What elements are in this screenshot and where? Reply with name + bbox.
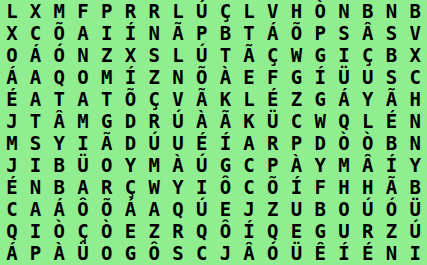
- grid-cell[interactable]: Q: [166, 199, 190, 221]
- grid-cell[interactable]: Ó: [47, 44, 71, 66]
- grid-cell[interactable]: S: [332, 22, 356, 44]
- grid-cell[interactable]: Ã: [380, 177, 404, 199]
- grid-cell[interactable]: M: [95, 66, 119, 88]
- grid-cell[interactable]: Q: [332, 110, 356, 132]
- grid-cell[interactable]: A: [142, 199, 166, 221]
- grid-cell[interactable]: Õ: [95, 199, 119, 221]
- grid-cell[interactable]: W: [308, 110, 332, 132]
- grid-cell[interactable]: N: [71, 44, 95, 66]
- grid-cell[interactable]: P: [190, 22, 214, 44]
- grid-cell[interactable]: J: [0, 155, 24, 177]
- grid-cell[interactable]: Á: [119, 199, 143, 221]
- grid-cell[interactable]: B: [47, 155, 71, 177]
- grid-cell[interactable]: G: [308, 221, 332, 243]
- grid-cell[interactable]: É: [190, 133, 214, 155]
- grid-cell[interactable]: Â: [47, 110, 71, 132]
- grid-cell[interactable]: Ú: [190, 0, 214, 22]
- grid-cell[interactable]: E: [119, 221, 143, 243]
- grid-cell[interactable]: Ç: [71, 221, 95, 243]
- grid-cell[interactable]: P: [261, 155, 285, 177]
- grid-cell[interactable]: Z: [261, 199, 285, 221]
- grid-cell[interactable]: Í: [332, 243, 356, 265]
- grid-cell[interactable]: D: [119, 133, 143, 155]
- grid-cell[interactable]: S: [142, 44, 166, 66]
- grid-cell[interactable]: M: [47, 0, 71, 22]
- grid-cell[interactable]: H: [356, 177, 380, 199]
- grid-cell[interactable]: N: [332, 0, 356, 22]
- grid-cell[interactable]: Á: [332, 88, 356, 110]
- grid-cell[interactable]: R: [142, 0, 166, 22]
- grid-cell[interactable]: C: [24, 22, 48, 44]
- grid-cell[interactable]: Á: [261, 22, 285, 44]
- grid-cell[interactable]: Y: [166, 177, 190, 199]
- grid-cell[interactable]: S: [24, 133, 48, 155]
- grid-cell[interactable]: Ò: [332, 133, 356, 155]
- grid-cell[interactable]: Ã: [166, 22, 190, 44]
- grid-cell[interactable]: Í: [308, 66, 332, 88]
- grid-cell[interactable]: N: [403, 110, 427, 132]
- grid-cell[interactable]: Ç: [261, 44, 285, 66]
- grid-cell[interactable]: B: [380, 133, 404, 155]
- grid-cell[interactable]: Í: [285, 177, 309, 199]
- grid-cell[interactable]: T: [237, 22, 261, 44]
- grid-cell[interactable]: Ç: [142, 88, 166, 110]
- grid-cell[interactable]: T: [24, 110, 48, 132]
- grid-cell[interactable]: Í: [213, 133, 237, 155]
- grid-cell[interactable]: V: [166, 88, 190, 110]
- grid-cell[interactable]: A: [237, 133, 261, 155]
- grid-cell[interactable]: Ê: [308, 243, 332, 265]
- grid-cell[interactable]: N: [380, 0, 404, 22]
- grid-cell[interactable]: G: [308, 88, 332, 110]
- grid-cell[interactable]: U: [332, 221, 356, 243]
- grid-cell[interactable]: B: [213, 22, 237, 44]
- grid-cell[interactable]: B: [403, 0, 427, 22]
- grid-cell[interactable]: L: [0, 0, 24, 22]
- grid-cell[interactable]: G: [95, 110, 119, 132]
- grid-cell[interactable]: É: [356, 243, 380, 265]
- grid-cell[interactable]: G: [285, 66, 309, 88]
- grid-cell[interactable]: Ü: [285, 243, 309, 265]
- grid-cell[interactable]: A: [71, 177, 95, 199]
- grid-cell[interactable]: Z: [142, 66, 166, 88]
- grid-cell[interactable]: Z: [142, 221, 166, 243]
- grid-cell[interactable]: P: [95, 0, 119, 22]
- word-search-grid: LXMFPRRLÚÇLVHÒNBNBXCÕAIÍNÃPBTÁÕPSÂSVOÁÓN…: [0, 0, 427, 265]
- grid-cell[interactable]: I: [24, 155, 48, 177]
- grid-cell[interactable]: Í: [119, 66, 143, 88]
- grid-cell[interactable]: Z: [380, 221, 404, 243]
- grid-cell[interactable]: Ô: [213, 221, 237, 243]
- grid-cell[interactable]: E: [285, 221, 309, 243]
- grid-cell[interactable]: Ç: [356, 44, 380, 66]
- grid-cell[interactable]: É: [380, 110, 404, 132]
- grid-cell[interactable]: Õ: [285, 22, 309, 44]
- grid-cell[interactable]: N: [403, 133, 427, 155]
- grid-cell[interactable]: S: [380, 66, 404, 88]
- grid-cell[interactable]: Õ: [119, 88, 143, 110]
- grid-cell[interactable]: O: [332, 199, 356, 221]
- grid-cell[interactable]: O: [71, 66, 95, 88]
- grid-cell[interactable]: T: [213, 44, 237, 66]
- grid-cell[interactable]: Ú: [356, 199, 380, 221]
- grid-cell[interactable]: J: [237, 199, 261, 221]
- grid-cell[interactable]: L: [166, 44, 190, 66]
- grid-cell[interactable]: Ô: [142, 243, 166, 265]
- grid-cell[interactable]: Y: [308, 155, 332, 177]
- grid-cell[interactable]: P: [285, 133, 309, 155]
- grid-cell[interactable]: U: [166, 133, 190, 155]
- grid-cell[interactable]: Ã: [380, 88, 404, 110]
- grid-cell[interactable]: X: [0, 22, 24, 44]
- grid-cell[interactable]: Í: [380, 155, 404, 177]
- grid-cell[interactable]: M: [332, 155, 356, 177]
- grid-cell[interactable]: Ç: [213, 0, 237, 22]
- grid-cell[interactable]: X: [24, 0, 48, 22]
- grid-cell[interactable]: F: [261, 66, 285, 88]
- grid-cell[interactable]: B: [308, 199, 332, 221]
- grid-cell[interactable]: R: [261, 133, 285, 155]
- grid-cell[interactable]: I: [403, 243, 427, 265]
- grid-cell[interactable]: A: [24, 88, 48, 110]
- grid-cell[interactable]: Ú: [190, 199, 214, 221]
- grid-cell[interactable]: Y: [119, 155, 143, 177]
- grid-cell[interactable]: U: [285, 199, 309, 221]
- grid-cell[interactable]: Á: [0, 243, 24, 265]
- grid-cell[interactable]: Ü: [403, 199, 427, 221]
- grid-cell[interactable]: U: [356, 66, 380, 88]
- grid-cell[interactable]: Z: [285, 88, 309, 110]
- grid-cell[interactable]: N: [142, 22, 166, 44]
- grid-cell[interactable]: X: [119, 44, 143, 66]
- grid-cell[interactable]: Y: [356, 88, 380, 110]
- grid-cell[interactable]: Ó: [261, 243, 285, 265]
- grid-cell[interactable]: À: [47, 243, 71, 265]
- grid-cell[interactable]: Ò: [47, 221, 71, 243]
- grid-cell[interactable]: J: [213, 243, 237, 265]
- grid-cell[interactable]: G: [213, 155, 237, 177]
- grid-cell[interactable]: Ú: [166, 110, 190, 132]
- grid-cell[interactable]: N: [166, 66, 190, 88]
- grid-cell[interactable]: W: [285, 44, 309, 66]
- grid-cell[interactable]: Í: [237, 221, 261, 243]
- grid-cell[interactable]: Ã: [95, 133, 119, 155]
- grid-cell[interactable]: Â: [356, 155, 380, 177]
- grid-cell[interactable]: Ú: [190, 44, 214, 66]
- grid-cell[interactable]: I: [71, 133, 95, 155]
- grid-cell[interactable]: P: [24, 243, 48, 265]
- grid-cell[interactable]: R: [119, 0, 143, 22]
- grid-cell[interactable]: M: [142, 155, 166, 177]
- grid-cell[interactable]: Ú: [403, 221, 427, 243]
- grid-cell[interactable]: C: [190, 243, 214, 265]
- grid-cell[interactable]: Y: [47, 133, 71, 155]
- grid-cell[interactable]: Õ: [190, 66, 214, 88]
- grid-cell[interactable]: Õ: [47, 22, 71, 44]
- grid-cell[interactable]: G: [119, 243, 143, 265]
- grid-cell[interactable]: Ò: [95, 221, 119, 243]
- grid-cell[interactable]: R: [142, 110, 166, 132]
- grid-cell[interactable]: S: [166, 243, 190, 265]
- grid-cell[interactable]: Ú: [142, 133, 166, 155]
- grid-cell[interactable]: F: [71, 0, 95, 22]
- grid-cell[interactable]: Q: [190, 221, 214, 243]
- grid-cell[interactable]: Ã: [213, 110, 237, 132]
- grid-cell[interactable]: R: [356, 221, 380, 243]
- grid-cell[interactable]: I: [24, 221, 48, 243]
- grid-cell[interactable]: C: [237, 155, 261, 177]
- grid-cell[interactable]: Â: [356, 22, 380, 44]
- grid-cell[interactable]: É: [0, 177, 24, 199]
- grid-cell[interactable]: À: [166, 155, 190, 177]
- grid-cell[interactable]: E: [213, 199, 237, 221]
- grid-cell[interactable]: Ç: [119, 177, 143, 199]
- grid-cell[interactable]: Á: [24, 44, 48, 66]
- grid-cell[interactable]: L: [237, 88, 261, 110]
- grid-cell[interactable]: K: [213, 88, 237, 110]
- grid-cell[interactable]: Á: [47, 199, 71, 221]
- grid-cell[interactable]: B: [47, 177, 71, 199]
- grid-cell[interactable]: Á: [0, 66, 24, 88]
- grid-cell[interactable]: Í: [119, 22, 143, 44]
- grid-cell[interactable]: Ú: [190, 155, 214, 177]
- grid-cell[interactable]: B: [403, 177, 427, 199]
- grid-cell[interactable]: Õ: [261, 177, 285, 199]
- grid-cell[interactable]: Ü: [261, 110, 285, 132]
- grid-cell[interactable]: Q: [0, 221, 24, 243]
- grid-cell[interactable]: R: [166, 221, 190, 243]
- grid-cell[interactable]: Q: [47, 66, 71, 88]
- grid-cell[interactable]: É: [261, 88, 285, 110]
- grid-cell[interactable]: Z: [95, 44, 119, 66]
- grid-cell[interactable]: E: [237, 66, 261, 88]
- grid-cell[interactable]: L: [166, 0, 190, 22]
- grid-cell[interactable]: V: [403, 22, 427, 44]
- grid-cell[interactable]: N: [24, 177, 48, 199]
- grid-cell[interactable]: T: [95, 88, 119, 110]
- grid-cell[interactable]: X: [403, 44, 427, 66]
- grid-cell[interactable]: I: [332, 44, 356, 66]
- grid-cell[interactable]: V: [261, 0, 285, 22]
- grid-cell[interactable]: A: [71, 22, 95, 44]
- grid-cell[interactable]: Â: [237, 243, 261, 265]
- grid-cell[interactable]: A: [71, 88, 95, 110]
- grid-cell[interactable]: B: [380, 44, 404, 66]
- grid-cell[interactable]: H: [332, 177, 356, 199]
- grid-cell[interactable]: N: [380, 243, 404, 265]
- grid-cell[interactable]: L: [237, 0, 261, 22]
- grid-cell[interactable]: Ã: [237, 44, 261, 66]
- grid-cell[interactable]: Ü: [71, 243, 95, 265]
- grid-cell[interactable]: J: [0, 110, 24, 132]
- grid-cell[interactable]: Ü: [71, 155, 95, 177]
- grid-cell[interactable]: M: [0, 133, 24, 155]
- grid-cell[interactable]: H: [403, 88, 427, 110]
- grid-cell[interactable]: O: [95, 155, 119, 177]
- grid-cell[interactable]: T: [47, 88, 71, 110]
- grid-cell[interactable]: L: [356, 110, 380, 132]
- grid-cell[interactable]: Ò: [308, 0, 332, 22]
- grid-cell[interactable]: É: [0, 88, 24, 110]
- grid-cell[interactable]: D: [119, 110, 143, 132]
- grid-cell[interactable]: I: [95, 22, 119, 44]
- grid-cell[interactable]: I: [190, 177, 214, 199]
- grid-cell[interactable]: Ô: [71, 199, 95, 221]
- grid-cell[interactable]: G: [308, 44, 332, 66]
- grid-cell[interactable]: F: [308, 177, 332, 199]
- grid-cell[interactable]: C: [0, 199, 24, 221]
- grid-cell[interactable]: K: [237, 110, 261, 132]
- grid-cell[interactable]: C: [237, 177, 261, 199]
- grid-cell[interactable]: Ò: [356, 133, 380, 155]
- grid-cell[interactable]: W: [142, 177, 166, 199]
- grid-cell[interactable]: O: [95, 243, 119, 265]
- grid-cell[interactable]: H: [285, 0, 309, 22]
- grid-cell[interactable]: R: [95, 177, 119, 199]
- grid-cell[interactable]: À: [213, 66, 237, 88]
- grid-cell[interactable]: C: [285, 110, 309, 132]
- grid-cell[interactable]: Ó: [380, 199, 404, 221]
- grid-cell[interactable]: M: [71, 110, 95, 132]
- grid-cell[interactable]: A: [24, 66, 48, 88]
- grid-cell[interactable]: Ô: [213, 177, 237, 199]
- grid-cell[interactable]: Q: [261, 221, 285, 243]
- grid-cell[interactable]: C: [403, 66, 427, 88]
- grid-cell[interactable]: B: [356, 0, 380, 22]
- grid-cell[interactable]: P: [308, 22, 332, 44]
- grid-cell[interactable]: D: [308, 133, 332, 155]
- grid-cell[interactable]: À: [285, 155, 309, 177]
- grid-cell[interactable]: Ã: [190, 88, 214, 110]
- grid-cell[interactable]: O: [0, 44, 24, 66]
- grid-cell[interactable]: A: [24, 199, 48, 221]
- grid-cell[interactable]: À: [190, 110, 214, 132]
- grid-cell[interactable]: Ü: [332, 66, 356, 88]
- grid-cell[interactable]: Y: [403, 155, 427, 177]
- grid-cell[interactable]: S: [380, 22, 404, 44]
